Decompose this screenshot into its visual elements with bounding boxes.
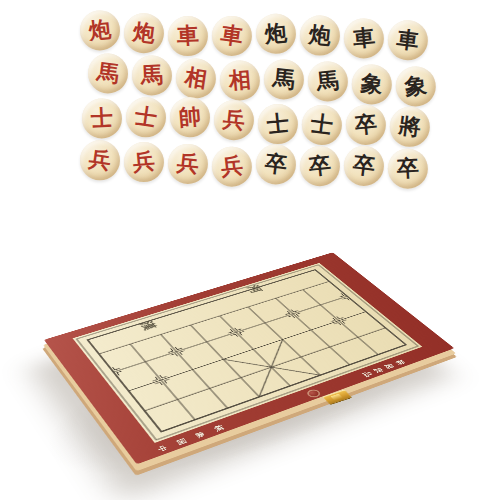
piece-character: 象 (404, 74, 428, 98)
piece-卒-black: 卒 (300, 146, 341, 187)
piece-炮-black: 炮 (256, 13, 297, 54)
piece-character: 相 (228, 69, 252, 93)
piece-character: 兵 (132, 150, 156, 174)
piece-馬-red: 馬 (88, 53, 129, 94)
piece-tray: 炮炮車車炮炮車車馬馬相相馬馬象象士士帥兵士士卒將兵兵兵兵卒卒卒卒 (80, 10, 436, 182)
edge-character: 国 (174, 437, 189, 446)
piece-車-black: 車 (387, 20, 428, 61)
piece-士-black: 士 (301, 105, 342, 146)
piece-兵-red: 兵 (168, 144, 209, 185)
piece-character: 車 (176, 25, 199, 48)
piece-卒-black: 卒 (388, 148, 429, 189)
piece-character: 炮 (88, 18, 112, 42)
piece-character: 兵 (220, 155, 244, 179)
piece-兵-red: 兵 (124, 142, 165, 183)
piece-將-black: 將 (389, 106, 430, 147)
piece-炮-black: 炮 (300, 15, 341, 56)
piece-士-black: 士 (257, 104, 298, 145)
piece-character: 馬 (140, 64, 163, 87)
piece-馬-black: 馬 (307, 61, 348, 102)
edge-character: 棋 (212, 424, 227, 433)
piece-馬-black: 馬 (263, 59, 304, 100)
piece-車-red: 車 (212, 16, 253, 57)
piece-象-black: 象 (351, 64, 392, 105)
piece-character: 炮 (132, 21, 157, 46)
piece-兵-red: 兵 (212, 146, 253, 187)
piece-馬-red: 馬 (132, 55, 173, 96)
piece-character: 相 (183, 66, 208, 91)
piece-character: 卒 (352, 154, 377, 179)
piece-卒-black: 卒 (345, 105, 386, 146)
seal-stamp-icon (305, 388, 323, 399)
board-scene: 漢 河 中国象棋 品质超群 (20, 196, 480, 486)
piece-character: 兵 (222, 108, 246, 132)
piece-character: 兵 (88, 148, 113, 173)
piece-士-red: 士 (126, 97, 167, 138)
piece-兵-red: 兵 (214, 100, 255, 141)
piece-character: 馬 (96, 61, 121, 86)
piece-character: 炮 (308, 24, 332, 48)
piece-character: 將 (398, 115, 423, 140)
piece-character: 士 (310, 113, 335, 138)
piece-character: 卒 (264, 152, 289, 177)
piece-士-red: 士 (82, 98, 123, 139)
piece-車-black: 車 (344, 18, 385, 59)
edge-character: 中 (155, 444, 170, 453)
piece-車-red: 車 (168, 16, 209, 57)
piece-row: 馬馬相相馬馬象象 (88, 53, 437, 101)
edge-character: 象 (193, 430, 208, 439)
piece-row: 士士帥兵士士卒將 (82, 96, 437, 143)
piece-character: 卒 (308, 154, 332, 178)
piece-character: 馬 (316, 69, 340, 93)
piece-帥-red: 帥 (170, 97, 211, 138)
piece-row: 炮炮車車炮炮車車 (80, 10, 437, 57)
piece-character: 車 (352, 26, 376, 50)
piece-相-red: 相 (219, 60, 260, 101)
piece-兵-red: 兵 (80, 140, 121, 181)
piece-row: 兵兵兵兵卒卒卒卒 (80, 139, 437, 185)
piece-character: 卒 (354, 113, 378, 137)
piece-炮-red: 炮 (124, 13, 165, 54)
piece-炮-red: 炮 (80, 10, 121, 51)
piece-character: 馬 (272, 67, 296, 91)
piece-象-black: 象 (395, 66, 436, 107)
piece-character: 炮 (264, 22, 288, 46)
piece-character: 象 (360, 72, 385, 97)
piece-character: 車 (396, 28, 421, 53)
piece-character: 士 (134, 105, 159, 130)
piece-character: 卒 (396, 157, 419, 180)
piece-卒-black: 卒 (344, 146, 385, 187)
piece-character: 兵 (176, 152, 200, 176)
piece-相-red: 相 (175, 58, 216, 99)
piece-character: 帥 (178, 105, 202, 129)
piece-卒-black: 卒 (256, 144, 297, 185)
piece-character: 士 (90, 107, 113, 130)
piece-character: 士 (266, 112, 290, 136)
edge-character: 品 (360, 371, 374, 379)
piece-character: 車 (219, 23, 244, 48)
